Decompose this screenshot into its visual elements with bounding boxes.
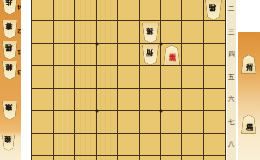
board-cell[interactable] xyxy=(97,156,118,160)
board-cell[interactable] xyxy=(204,44,225,67)
gote-hand-count-lance: 2 xyxy=(17,28,21,34)
star-point xyxy=(159,42,162,45)
board-cell[interactable] xyxy=(204,134,225,157)
board-cell[interactable] xyxy=(32,44,53,67)
board-cell[interactable] xyxy=(161,111,182,134)
board-cell[interactable] xyxy=(118,44,139,67)
board-cell[interactable] xyxy=(75,44,96,67)
board-cell[interactable] xyxy=(161,66,182,89)
piece-kanji: 歩兵 xyxy=(6,0,13,12)
board-cell[interactable] xyxy=(140,134,161,157)
rank-label-6: 六 xyxy=(227,96,237,103)
board-cell[interactable] xyxy=(204,111,225,134)
board-cell[interactable] xyxy=(32,21,53,44)
board-cell[interactable] xyxy=(54,111,75,134)
board-cell[interactable] xyxy=(182,44,203,67)
gote-hand-count-silver: 3 xyxy=(17,69,21,75)
board-cell[interactable] xyxy=(54,89,75,112)
star-point xyxy=(95,110,98,113)
board-cell[interactable] xyxy=(182,89,203,112)
board-grid[interactable] xyxy=(32,0,225,160)
board-piece-sente-dragon-3d[interactable]: 龍王 xyxy=(163,45,180,65)
piece-kanji: 角行 xyxy=(147,45,154,62)
board-cell[interactable] xyxy=(54,21,75,44)
board-cell[interactable] xyxy=(32,66,53,89)
gote-hand-panel: 歩兵 4 香車 2 桂馬 1 銀将 3 飛車 金将 xyxy=(0,0,21,160)
gote-hand-piece-gold[interactable]: 金将 xyxy=(2,135,15,151)
sente-hand-piece-knight[interactable]: 桂馬 xyxy=(241,115,257,134)
board-cell[interactable] xyxy=(97,134,118,157)
board-cell[interactable] xyxy=(161,134,182,157)
gote-hand-piece-knight[interactable]: 桂馬 xyxy=(2,41,18,60)
board-cell[interactable] xyxy=(140,89,161,112)
gote-hand-piece-lance[interactable]: 香車 xyxy=(2,20,18,39)
rank-labels: 二 三 四 五 六 七 八 xyxy=(227,0,237,160)
rank-label-5: 五 xyxy=(227,74,237,81)
rank-label-4: 四 xyxy=(227,51,237,58)
gote-hand-count-pawn: 4 xyxy=(17,4,21,10)
board-cell[interactable] xyxy=(204,89,225,112)
board-cell[interactable] xyxy=(97,44,118,67)
board-cell[interactable] xyxy=(118,21,139,44)
board-cell[interactable] xyxy=(75,111,96,134)
rank-label-7: 七 xyxy=(227,119,237,126)
board-cell[interactable] xyxy=(161,89,182,112)
rank-label-2: 二 xyxy=(227,6,237,13)
piece-kanji: 香車 xyxy=(6,20,13,36)
board-cell[interactable] xyxy=(54,66,75,89)
board-cell[interactable] xyxy=(118,111,139,134)
board-piece-gote-king-4c[interactable]: 玉将 xyxy=(142,23,159,43)
star-point xyxy=(95,42,98,45)
board-cell[interactable] xyxy=(32,0,53,21)
board-cell[interactable] xyxy=(182,0,203,21)
board-cell[interactable] xyxy=(140,66,161,89)
board-cell[interactable] xyxy=(54,156,75,160)
board-cell[interactable] xyxy=(75,0,96,21)
piece-kanji: 桂馬 xyxy=(210,0,217,17)
board-cell[interactable] xyxy=(118,0,139,21)
board-piece-gote-bishop-4d[interactable]: 角行 xyxy=(142,45,159,65)
board-cell[interactable] xyxy=(118,134,139,157)
board-cell[interactable] xyxy=(161,21,182,44)
board-cell[interactable] xyxy=(32,89,53,112)
piece-kanji: 角行 xyxy=(245,58,252,74)
sente-hand-panel: 角行 桂馬 xyxy=(238,32,260,160)
gote-hand-count-knight: 1 xyxy=(17,49,21,55)
board-cell[interactable] xyxy=(204,66,225,89)
board-piece-gote-knight-1b[interactable]: 桂馬 xyxy=(205,0,222,20)
board-cell[interactable] xyxy=(182,134,203,157)
star-point xyxy=(159,110,162,113)
board-cell[interactable] xyxy=(140,0,161,21)
sente-hand-piece-bishop[interactable]: 角行 xyxy=(241,55,257,74)
board-cell[interactable] xyxy=(32,134,53,157)
board-cell[interactable] xyxy=(54,44,75,67)
board-cell[interactable] xyxy=(97,89,118,112)
board-cell[interactable] xyxy=(204,156,225,160)
board-cell[interactable] xyxy=(182,21,203,44)
board-cell[interactable] xyxy=(32,111,53,134)
board-cell[interactable] xyxy=(75,21,96,44)
board-cell[interactable] xyxy=(161,156,182,160)
board-cell[interactable] xyxy=(204,21,225,44)
board-cell[interactable] xyxy=(97,0,118,21)
board-cell[interactable] xyxy=(182,156,203,160)
piece-kanji: 飛車 xyxy=(6,101,13,117)
board-cell[interactable] xyxy=(75,89,96,112)
board-cell[interactable] xyxy=(118,156,139,160)
shogi-board: 桂馬 玉将 角行 龍王 xyxy=(31,0,226,160)
board-cell[interactable] xyxy=(97,111,118,134)
board-cell[interactable] xyxy=(161,0,182,21)
board-cell[interactable] xyxy=(118,89,139,112)
board-cell[interactable] xyxy=(54,134,75,157)
piece-kanji: 桂馬 xyxy=(245,118,252,134)
rank-label-3: 三 xyxy=(227,29,237,36)
gote-hand-piece-rook[interactable]: 飛車 xyxy=(2,101,18,120)
board-cell[interactable] xyxy=(140,156,161,160)
piece-kanji: 桂馬 xyxy=(6,41,13,57)
board-cell[interactable] xyxy=(54,0,75,21)
piece-kanji: 龍王 xyxy=(168,48,175,65)
board-cell[interactable] xyxy=(182,111,203,134)
board-cell[interactable] xyxy=(32,156,53,160)
piece-kanji: 銀将 xyxy=(6,61,13,77)
piece-kanji: 玉将 xyxy=(147,23,154,40)
board-cell[interactable] xyxy=(75,134,96,157)
gote-hand-piece-pawn[interactable]: 歩兵 xyxy=(2,0,18,15)
board-cell[interactable] xyxy=(182,66,203,89)
rank-label-8: 八 xyxy=(227,141,237,148)
board-cell[interactable] xyxy=(118,66,139,89)
board-cell[interactable] xyxy=(75,156,96,160)
board-cell[interactable] xyxy=(97,21,118,44)
board-cell[interactable] xyxy=(75,66,96,89)
board-cell[interactable] xyxy=(140,111,161,134)
piece-kanji: 金将 xyxy=(5,135,12,148)
board-cell[interactable] xyxy=(97,66,118,89)
gote-hand-piece-silver[interactable]: 銀将 xyxy=(2,61,18,80)
